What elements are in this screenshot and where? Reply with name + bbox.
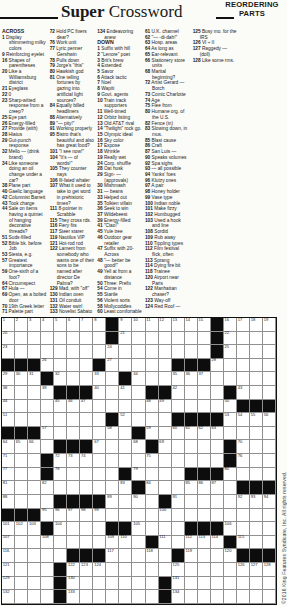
cell-r1c14[interactable]: 13 bbox=[172, 318, 185, 332]
cell-r14c16[interactable] bbox=[198, 495, 211, 509]
cell-r3c15[interactable] bbox=[185, 345, 198, 359]
cell-r1c6[interactable]: 6 bbox=[67, 318, 80, 332]
cell-r9c12[interactable]: 59 bbox=[146, 427, 159, 441]
cell-r21c19[interactable] bbox=[237, 590, 250, 604]
cell-r8c5[interactable] bbox=[54, 413, 67, 427]
cell-r19c15[interactable] bbox=[185, 563, 198, 577]
cell-r1c21[interactable]: 19 bbox=[263, 318, 276, 332]
cell-r10c14[interactable] bbox=[172, 440, 185, 454]
cell-r19c10[interactable] bbox=[119, 563, 132, 577]
cell-r18c12[interactable]: 118 bbox=[146, 549, 159, 563]
cell-r12c11[interactable]: 79 bbox=[132, 468, 145, 482]
cell-r19c13[interactable] bbox=[159, 563, 172, 577]
cell-r10c2[interactable]: 65 bbox=[15, 440, 28, 454]
cell-r18c16[interactable] bbox=[198, 549, 211, 563]
cell-r8c2[interactable] bbox=[15, 413, 28, 427]
cell-r13c10[interactable]: 83 bbox=[119, 481, 132, 495]
cell-r7c7[interactable]: 47 bbox=[80, 400, 93, 414]
cell-r13c2[interactable] bbox=[15, 481, 28, 495]
cell-r12c3[interactable] bbox=[28, 468, 41, 482]
cell-r10c3[interactable]: 66 bbox=[28, 440, 41, 454]
cell-r21c18[interactable] bbox=[224, 590, 237, 604]
cell-r2c19[interactable] bbox=[237, 332, 250, 346]
cell-r2c5[interactable] bbox=[54, 332, 67, 346]
cell-r11c7[interactable]: 74 bbox=[80, 454, 93, 468]
cell-r12c8[interactable] bbox=[93, 468, 106, 482]
cell-r13c17[interactable]: 87 bbox=[211, 481, 224, 495]
cell-r5c14[interactable]: 35 bbox=[172, 372, 185, 386]
cell-r8c13[interactable] bbox=[159, 413, 172, 427]
cell-r17c3[interactable] bbox=[28, 536, 41, 550]
cell-r7c8[interactable] bbox=[93, 400, 106, 414]
cell-r9c17[interactable]: 63 bbox=[211, 427, 224, 441]
cell-r18c3[interactable] bbox=[28, 549, 41, 563]
cell-r12c21[interactable] bbox=[263, 468, 276, 482]
cell-r13c8[interactable] bbox=[93, 481, 106, 495]
cell-r12c20[interactable] bbox=[250, 468, 263, 482]
cell-r1c4[interactable]: 4 bbox=[41, 318, 54, 332]
cell-r10c17[interactable] bbox=[211, 440, 224, 454]
cell-r16c20[interactable] bbox=[250, 522, 263, 536]
cell-r17c11[interactable] bbox=[132, 536, 145, 550]
cell-r5c13[interactable] bbox=[159, 372, 172, 386]
cell-r4c17[interactable]: 28 bbox=[211, 359, 224, 373]
cell-r20c19[interactable] bbox=[237, 577, 250, 591]
cell-r13c6[interactable] bbox=[67, 481, 80, 495]
cell-r19c16[interactable] bbox=[198, 563, 211, 577]
cell-r14c14[interactable]: 91 bbox=[172, 495, 185, 509]
cell-r14c18[interactable] bbox=[224, 495, 237, 509]
cell-r19c9[interactable] bbox=[106, 563, 119, 577]
cell-r1c13[interactable]: 12 bbox=[159, 318, 172, 332]
cell-r1c8[interactable]: 8 bbox=[93, 318, 106, 332]
cell-r9c14[interactable]: 60 bbox=[172, 427, 185, 441]
cell-r3c7[interactable] bbox=[80, 345, 93, 359]
cell-r20c17[interactable] bbox=[211, 577, 224, 591]
cell-r7c5[interactable]: 45 bbox=[54, 400, 67, 414]
cell-r11c19[interactable]: 76 bbox=[237, 454, 250, 468]
cell-r18c4[interactable] bbox=[41, 549, 54, 563]
cell-r15c12[interactable] bbox=[146, 509, 159, 523]
cell-r14c15[interactable] bbox=[185, 495, 198, 509]
cell-r5c15[interactable]: 36 bbox=[185, 372, 198, 386]
cell-r16c21[interactable] bbox=[263, 522, 276, 536]
cell-r19c12[interactable] bbox=[146, 563, 159, 577]
cell-r12c6[interactable] bbox=[67, 468, 80, 482]
cell-r21c1[interactable]: 132 bbox=[2, 590, 15, 604]
cell-r7c3[interactable] bbox=[28, 400, 41, 414]
cell-r8c11[interactable] bbox=[132, 413, 145, 427]
cell-r21c9[interactable] bbox=[106, 590, 119, 604]
cell-r15c17[interactable] bbox=[211, 509, 224, 523]
cell-r6c15[interactable] bbox=[185, 386, 198, 400]
cell-r10c13[interactable]: 69 bbox=[159, 440, 172, 454]
cell-r20c7[interactable] bbox=[80, 577, 93, 591]
cell-r17c21[interactable] bbox=[263, 536, 276, 550]
cell-r6c10[interactable]: 41 bbox=[119, 386, 132, 400]
cell-r3c16[interactable] bbox=[198, 345, 211, 359]
cell-r17c19[interactable]: 115 bbox=[237, 536, 250, 550]
cell-r17c13[interactable]: 111 bbox=[159, 536, 172, 550]
cell-r2c11[interactable] bbox=[132, 332, 145, 346]
cell-r19c8[interactable]: 124 bbox=[93, 563, 106, 577]
cell-r17c10[interactable]: 110 bbox=[119, 536, 132, 550]
cell-r5c21[interactable] bbox=[263, 372, 276, 386]
cell-r8c10[interactable]: 52 bbox=[119, 413, 132, 427]
cell-r3c2[interactable] bbox=[15, 345, 28, 359]
cell-r13c4[interactable]: 82 bbox=[41, 481, 54, 495]
cell-r21c8[interactable] bbox=[93, 590, 106, 604]
cell-r5c12[interactable] bbox=[146, 372, 159, 386]
cell-r3c1[interactable]: 23 bbox=[2, 345, 15, 359]
cell-r9c15[interactable]: 61 bbox=[185, 427, 198, 441]
cell-r9c9[interactable]: 58 bbox=[106, 427, 119, 441]
cell-r4c12[interactable] bbox=[146, 359, 159, 373]
cell-r12c18[interactable]: 80 bbox=[224, 468, 237, 482]
cell-r17c8[interactable] bbox=[93, 536, 106, 550]
cell-r21c7[interactable] bbox=[80, 590, 93, 604]
cell-r9c4[interactable]: 57 bbox=[41, 427, 54, 441]
cell-r15c9[interactable] bbox=[106, 509, 119, 523]
cell-r2c3[interactable] bbox=[28, 332, 41, 346]
cell-r21c6[interactable]: 133 bbox=[67, 590, 80, 604]
cell-r17c5[interactable] bbox=[54, 536, 67, 550]
cell-r6c16[interactable] bbox=[198, 386, 211, 400]
cell-r14c12[interactable] bbox=[146, 495, 159, 509]
cell-r5c20[interactable] bbox=[250, 372, 263, 386]
cell-r15c8[interactable]: 99 bbox=[93, 509, 106, 523]
cell-r2c21[interactable] bbox=[263, 332, 276, 346]
cell-r5c3[interactable]: 31 bbox=[28, 372, 41, 386]
cell-r14c3[interactable] bbox=[28, 495, 41, 509]
cell-r2c7[interactable] bbox=[80, 332, 93, 346]
cell-r3c5[interactable] bbox=[54, 345, 67, 359]
cell-r3c21[interactable] bbox=[263, 345, 276, 359]
cell-r9c10[interactable] bbox=[119, 427, 132, 441]
cell-r18c13[interactable] bbox=[159, 549, 172, 563]
cell-r6c2[interactable] bbox=[15, 386, 28, 400]
cell-r8c1[interactable]: 51 bbox=[2, 413, 15, 427]
cell-r14c2[interactable] bbox=[15, 495, 28, 509]
cell-r21c11[interactable] bbox=[132, 590, 145, 604]
cell-r18c2[interactable] bbox=[15, 549, 28, 563]
cell-r1c16[interactable]: 15 bbox=[198, 318, 211, 332]
cell-r13c15[interactable]: 85 bbox=[185, 481, 198, 495]
cell-r16c5[interactable]: 104 bbox=[54, 522, 67, 536]
cell-r11c15[interactable] bbox=[185, 454, 198, 468]
cell-r11c14[interactable] bbox=[172, 454, 185, 468]
cell-r11c20[interactable] bbox=[250, 454, 263, 468]
cell-r17c16[interactable]: 113 bbox=[198, 536, 211, 550]
cell-r6c9[interactable] bbox=[106, 386, 119, 400]
cell-r17c7[interactable] bbox=[80, 536, 93, 550]
cell-r7c2[interactable] bbox=[15, 400, 28, 414]
cell-r20c2[interactable] bbox=[15, 577, 28, 591]
cell-r11c10[interactable] bbox=[119, 454, 132, 468]
cell-r8c18[interactable]: 53 bbox=[224, 413, 237, 427]
cell-r4c18[interactable] bbox=[224, 359, 237, 373]
cell-r11c12[interactable]: 75 bbox=[146, 454, 159, 468]
cell-r16c14[interactable] bbox=[172, 522, 185, 536]
cell-r20c18[interactable] bbox=[224, 577, 237, 591]
cell-r5c8[interactable]: 33 bbox=[93, 372, 106, 386]
cell-r18c18[interactable]: 120 bbox=[224, 549, 237, 563]
cell-r3c12[interactable] bbox=[146, 345, 159, 359]
cell-r7c17[interactable] bbox=[211, 400, 224, 414]
cell-r16c11[interactable]: 105 bbox=[132, 522, 145, 536]
cell-r17c4[interactable]: 108 bbox=[41, 536, 54, 550]
cell-r18c17[interactable] bbox=[211, 549, 224, 563]
cell-r11c8[interactable] bbox=[93, 454, 106, 468]
cell-r20c3[interactable] bbox=[28, 577, 41, 591]
cell-r13c1[interactable]: 81 bbox=[2, 481, 15, 495]
cell-r6c19[interactable]: 43 bbox=[237, 386, 250, 400]
cell-r5c6[interactable] bbox=[67, 372, 80, 386]
cell-r11c9[interactable] bbox=[106, 454, 119, 468]
cell-r10c8[interactable]: 67 bbox=[93, 440, 106, 454]
cell-r1c19[interactable]: 17 bbox=[237, 318, 250, 332]
cell-r9c16[interactable]: 62 bbox=[198, 427, 211, 441]
cell-r14c11[interactable]: 90 bbox=[132, 495, 145, 509]
cell-r21c17[interactable] bbox=[211, 590, 224, 604]
cell-r8c20[interactable]: 55 bbox=[250, 413, 263, 427]
cell-r19c11[interactable] bbox=[132, 563, 145, 577]
cell-r7c14[interactable] bbox=[172, 400, 185, 414]
cell-r21c20[interactable] bbox=[250, 590, 263, 604]
cell-r4c19[interactable] bbox=[237, 359, 250, 373]
cell-r11c13[interactable] bbox=[159, 454, 172, 468]
cell-r1c7[interactable]: 7 bbox=[80, 318, 93, 332]
cell-r20c12[interactable] bbox=[146, 577, 159, 591]
cell-r6c21[interactable] bbox=[263, 386, 276, 400]
cell-r19c17[interactable] bbox=[211, 563, 224, 577]
cell-r18c11[interactable] bbox=[132, 549, 145, 563]
cell-r13c7[interactable] bbox=[80, 481, 93, 495]
cell-r15c10[interactable] bbox=[119, 509, 132, 523]
cell-r11c6[interactable]: 73 bbox=[67, 454, 80, 468]
cell-r15c20[interactable] bbox=[250, 509, 263, 523]
cell-r21c21[interactable] bbox=[263, 590, 276, 604]
cell-r7c16[interactable] bbox=[198, 400, 211, 414]
cell-r10c10[interactable] bbox=[119, 440, 132, 454]
cell-r14c9[interactable]: 89 bbox=[106, 495, 119, 509]
cell-r1c15[interactable]: 14 bbox=[185, 318, 198, 332]
cell-r9c6[interactable] bbox=[67, 427, 80, 441]
cell-r14c17[interactable] bbox=[211, 495, 224, 509]
cell-r3c6[interactable] bbox=[67, 345, 80, 359]
cell-r3c19[interactable] bbox=[237, 345, 250, 359]
cell-r8c7[interactable] bbox=[80, 413, 93, 427]
cell-r15c14[interactable] bbox=[172, 509, 185, 523]
cell-r2c10[interactable]: 21 bbox=[119, 332, 132, 346]
cell-r18c15[interactable]: 119 bbox=[185, 549, 198, 563]
cell-r18c9[interactable]: 117 bbox=[106, 549, 119, 563]
cell-r4c10[interactable] bbox=[119, 359, 132, 373]
cell-r7c11[interactable] bbox=[132, 400, 145, 414]
cell-r6c8[interactable]: 40 bbox=[93, 386, 106, 400]
cell-r16c7[interactable] bbox=[80, 522, 93, 536]
cell-r19c2[interactable] bbox=[15, 563, 28, 577]
cell-r5c5[interactable]: 32 bbox=[54, 372, 67, 386]
cell-r3c10[interactable] bbox=[119, 345, 132, 359]
cell-r15c6[interactable]: 97 bbox=[67, 509, 80, 523]
cell-r6c3[interactable] bbox=[28, 386, 41, 400]
cell-r20c20[interactable] bbox=[250, 577, 263, 591]
cell-r5c11[interactable]: 34 bbox=[132, 372, 145, 386]
cell-r21c15[interactable] bbox=[185, 590, 198, 604]
cell-r17c14[interactable] bbox=[172, 536, 185, 550]
cell-r4c7[interactable] bbox=[80, 359, 93, 373]
cell-r5c16[interactable]: 37 bbox=[198, 372, 211, 386]
cell-r20c16[interactable] bbox=[198, 577, 211, 591]
cell-r6c20[interactable] bbox=[250, 386, 263, 400]
cell-r12c9[interactable] bbox=[106, 468, 119, 482]
cell-r5c2[interactable]: 30 bbox=[15, 372, 28, 386]
cell-r20c9[interactable] bbox=[106, 577, 119, 591]
cell-r9c5[interactable] bbox=[54, 427, 67, 441]
cell-r2c4[interactable] bbox=[41, 332, 54, 346]
cell-r11c3[interactable] bbox=[28, 454, 41, 468]
cell-r16c8[interactable] bbox=[93, 522, 106, 536]
cell-r20c15[interactable] bbox=[185, 577, 198, 591]
cell-r21c4[interactable] bbox=[41, 590, 54, 604]
cell-r11c2[interactable] bbox=[15, 454, 28, 468]
cell-r11c16[interactable] bbox=[198, 454, 211, 468]
cell-r16c3[interactable]: 103 bbox=[28, 522, 41, 536]
cell-r11c21[interactable] bbox=[263, 454, 276, 468]
cell-r2c15[interactable] bbox=[185, 332, 198, 346]
cell-r19c3[interactable] bbox=[28, 563, 41, 577]
cell-r8c8[interactable] bbox=[93, 413, 106, 427]
cell-r6c11[interactable] bbox=[132, 386, 145, 400]
cell-r4c13[interactable] bbox=[159, 359, 172, 373]
cell-r5c19[interactable] bbox=[237, 372, 250, 386]
cell-r21c16[interactable] bbox=[198, 590, 211, 604]
cell-r18c5[interactable] bbox=[54, 549, 67, 563]
cell-r19c4[interactable] bbox=[41, 563, 54, 577]
cell-r4c4[interactable]: 26 bbox=[41, 359, 54, 373]
cell-r21c14[interactable]: 134 bbox=[172, 590, 185, 604]
cell-r8c6[interactable] bbox=[67, 413, 80, 427]
cell-r20c8[interactable] bbox=[93, 577, 106, 591]
cell-r5c9[interactable] bbox=[106, 372, 119, 386]
cell-r14c21[interactable]: 94 bbox=[263, 495, 276, 509]
cell-r10c9[interactable] bbox=[106, 440, 119, 454]
cell-r15c16[interactable] bbox=[198, 509, 211, 523]
cell-r3c11[interactable] bbox=[132, 345, 145, 359]
cell-r4c6[interactable] bbox=[67, 359, 80, 373]
cell-r17c17[interactable]: 114 bbox=[211, 536, 224, 550]
cell-r17c2[interactable] bbox=[15, 536, 28, 550]
cell-r2c14[interactable] bbox=[172, 332, 185, 346]
cell-r16c6[interactable] bbox=[67, 522, 80, 536]
cell-r20c10[interactable] bbox=[119, 577, 132, 591]
cell-r8c21[interactable]: 56 bbox=[263, 413, 276, 427]
cell-r8c3[interactable] bbox=[28, 413, 41, 427]
cell-r1c5[interactable]: 5 bbox=[54, 318, 67, 332]
cell-r1c3[interactable]: 3 bbox=[28, 318, 41, 332]
cell-r9c18[interactable] bbox=[224, 427, 237, 441]
cell-r21c12[interactable] bbox=[146, 590, 159, 604]
cell-r2c6[interactable] bbox=[67, 332, 80, 346]
cell-r13c5[interactable] bbox=[54, 481, 67, 495]
cell-r2c13[interactable] bbox=[159, 332, 172, 346]
cell-r5c17[interactable] bbox=[211, 372, 224, 386]
cell-r4c20[interactable] bbox=[250, 359, 263, 373]
cell-r21c2[interactable] bbox=[15, 590, 28, 604]
cell-r10c4[interactable] bbox=[41, 440, 54, 454]
cell-r18c1[interactable]: 116 bbox=[2, 549, 15, 563]
cell-r3c3[interactable] bbox=[28, 345, 41, 359]
cell-r7c4[interactable] bbox=[41, 400, 54, 414]
cell-r5c7[interactable] bbox=[80, 372, 93, 386]
cell-r2c20[interactable] bbox=[250, 332, 263, 346]
cell-r12c14[interactable] bbox=[172, 468, 185, 482]
cell-r1c11[interactable]: 10 bbox=[132, 318, 145, 332]
cell-r4c21[interactable] bbox=[263, 359, 276, 373]
cell-r14c1[interactable]: 88 bbox=[2, 495, 15, 509]
cell-r9c7[interactable] bbox=[80, 427, 93, 441]
cell-r2c12[interactable] bbox=[146, 332, 159, 346]
cell-r20c21[interactable] bbox=[263, 577, 276, 591]
cell-r13c14[interactable] bbox=[172, 481, 185, 495]
cell-r10c20[interactable] bbox=[250, 440, 263, 454]
cell-r13c9[interactable] bbox=[106, 481, 119, 495]
cell-r17c6[interactable] bbox=[67, 536, 80, 550]
cell-r7c12[interactable]: 48 bbox=[146, 400, 159, 414]
cell-r12c13[interactable] bbox=[159, 468, 172, 482]
cell-r2c8[interactable] bbox=[93, 332, 106, 346]
cell-r1c2[interactable]: 2 bbox=[15, 318, 28, 332]
cell-r7c13[interactable]: 49 bbox=[159, 400, 172, 414]
cell-r7c15[interactable] bbox=[185, 400, 198, 414]
cell-r15c19[interactable] bbox=[237, 509, 250, 523]
cell-r3c13[interactable] bbox=[159, 345, 172, 359]
cell-r14c19[interactable]: 92 bbox=[237, 495, 250, 509]
cell-r1c20[interactable]: 18 bbox=[250, 318, 263, 332]
cell-r10c15[interactable] bbox=[185, 440, 198, 454]
cell-r3c18[interactable]: 25 bbox=[224, 345, 237, 359]
cell-r12c19[interactable] bbox=[237, 468, 250, 482]
cell-r12c5[interactable]: 78 bbox=[54, 468, 67, 482]
cell-r19c19[interactable]: 126 bbox=[237, 563, 250, 577]
cell-r3c20[interactable] bbox=[250, 345, 263, 359]
cell-r11c17[interactable] bbox=[211, 454, 224, 468]
cell-r16c2[interactable]: 102 bbox=[15, 522, 28, 536]
cell-r16c18[interactable]: 106 bbox=[224, 522, 237, 536]
cell-r9c21[interactable] bbox=[263, 427, 276, 441]
cell-r7c6[interactable]: 46 bbox=[67, 400, 80, 414]
cell-r19c21[interactable]: 128 bbox=[263, 563, 276, 577]
cell-r20c4[interactable] bbox=[41, 577, 54, 591]
cell-r19c18[interactable] bbox=[224, 563, 237, 577]
cell-r2c2[interactable] bbox=[15, 332, 28, 346]
cell-r8c19[interactable]: 54 bbox=[237, 413, 250, 427]
cell-r16c12[interactable] bbox=[146, 522, 159, 536]
cell-r6c4[interactable]: 39 bbox=[41, 386, 54, 400]
cell-r14c10[interactable] bbox=[119, 495, 132, 509]
cell-r12c2[interactable] bbox=[15, 468, 28, 482]
cell-r13c18[interactable] bbox=[224, 481, 237, 495]
cell-r20c11[interactable] bbox=[132, 577, 145, 591]
cell-r3c14[interactable] bbox=[172, 345, 185, 359]
cell-r12c7[interactable] bbox=[80, 468, 93, 482]
cell-r5c18[interactable] bbox=[224, 372, 237, 386]
cell-r2c16[interactable] bbox=[198, 332, 211, 346]
cell-r7c9[interactable] bbox=[106, 400, 119, 414]
cell-r10c16[interactable] bbox=[198, 440, 211, 454]
cell-r5c1[interactable]: 29 bbox=[2, 372, 15, 386]
